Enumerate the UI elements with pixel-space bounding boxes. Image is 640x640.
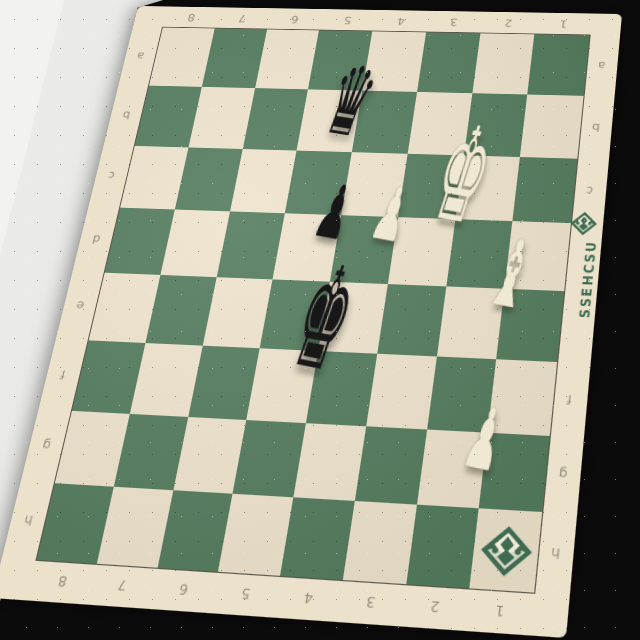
square-a1[interactable]: [527, 34, 589, 95]
file-label-right-f: f: [550, 362, 590, 437]
file-label-right-g: g: [542, 435, 583, 514]
us-chess-diamond-icon: [569, 211, 599, 237]
rank-label-top-6: 6: [267, 9, 323, 30]
square-h3[interactable]: [343, 501, 417, 584]
square-h2[interactable]: [406, 505, 479, 588]
wordmark-char: S: [576, 307, 594, 319]
rank-label-bottom-6: 6: [149, 569, 218, 610]
rank-label-bottom-5: 5: [211, 573, 280, 614]
us-chess-corner-logo: [476, 523, 536, 584]
square-f3[interactable]: [366, 353, 436, 429]
rank-label-bottom-1: 1: [465, 590, 534, 632]
rank-label-bottom-2: 2: [400, 585, 469, 627]
file-label-right-b: b: [577, 96, 613, 159]
square-g4[interactable]: [293, 423, 366, 502]
us-chess-logo-icon: [568, 211, 599, 241]
square-g3[interactable]: [355, 426, 427, 505]
rank-label-bottom-4: 4: [274, 577, 343, 618]
rank-label-bottom-3: 3: [337, 581, 406, 623]
rank-label-bottom-8: 8: [28, 561, 96, 601]
square-b1[interactable]: [520, 94, 583, 158]
wordmark-char: U: [582, 240, 599, 252]
rank-label-top-1: 1: [535, 13, 592, 34]
square-e3[interactable]: [377, 284, 446, 356]
rank-label-top-3: 3: [426, 12, 483, 33]
rank-label-bottom-7: 7: [88, 565, 157, 606]
white-pawn-glyph: ♟: [456, 395, 514, 486]
photo-scene: 8877665544332211aabbccdeffgghh US CHESS …: [0, 0, 640, 640]
us-chess-diamond-icon: [477, 523, 536, 579]
rank-label-top-8: 8: [163, 7, 219, 27]
rank-label-top-2: 2: [480, 13, 537, 34]
wordmark-char: S: [581, 252, 598, 263]
rank-label-top-7: 7: [215, 8, 271, 28]
wordmark-char: H: [579, 273, 597, 286]
file-label-right-a: a: [584, 35, 619, 96]
file-label-right-h: h: [534, 512, 576, 595]
